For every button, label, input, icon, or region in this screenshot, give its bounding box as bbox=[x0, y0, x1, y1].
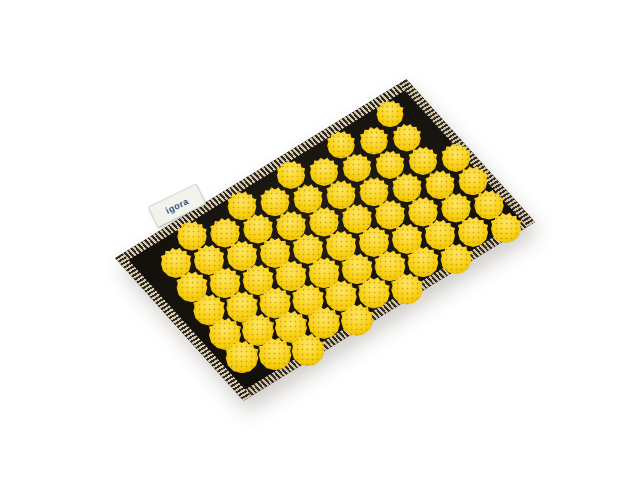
spike-disc bbox=[209, 216, 242, 247]
spike-disc bbox=[259, 186, 291, 216]
photo-canvas: igora bbox=[0, 0, 640, 480]
spike-disc bbox=[392, 122, 423, 151]
spike-disc bbox=[326, 129, 357, 158]
spike-disc bbox=[176, 219, 209, 250]
spike-disc bbox=[359, 125, 390, 154]
spike-disc bbox=[440, 142, 471, 172]
spike-disc bbox=[375, 99, 405, 128]
spike-disc bbox=[308, 156, 339, 186]
spike-disc bbox=[275, 159, 306, 189]
flower-layer bbox=[0, 0, 640, 480]
spike-disc bbox=[226, 190, 258, 220]
spike-disc bbox=[374, 149, 405, 179]
